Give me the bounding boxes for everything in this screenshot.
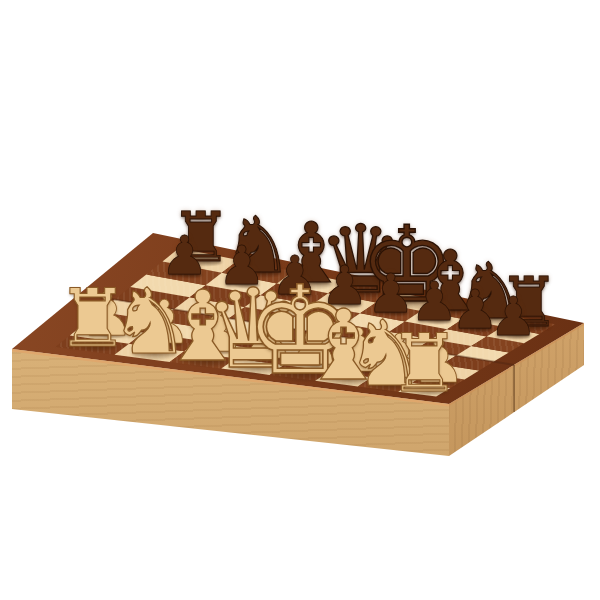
- chess-set-photo: ♜♞♝♛♚♝♞♜♟♟♟♟♟♟♟♟♟♟♟♟♟♟♟♟♜♞♝♛♚♝♞♜: [0, 0, 600, 600]
- piece-shadow: [97, 330, 128, 339]
- board-squares: [0, 0, 600, 600]
- square-a8[interactable]: [0, 0, 600, 600]
- piece-shadow: [336, 300, 364, 308]
- piece-white-bishop[interactable]: ♝: [160, 278, 247, 375]
- board-frame: [0, 0, 600, 600]
- square-g4[interactable]: [0, 0, 600, 600]
- square-d4[interactable]: [0, 0, 600, 600]
- square-g1[interactable]: [0, 0, 600, 600]
- square-a3[interactable]: [0, 0, 600, 600]
- piece-white-pawn[interactable]: ♟: [191, 299, 245, 359]
- square-d5[interactable]: [0, 0, 600, 600]
- piece-black-knight[interactable]: ♞: [456, 253, 526, 331]
- piece-shadow: [367, 379, 414, 393]
- board-right-rim-highlight: [0, 0, 600, 600]
- piece-black-pawn[interactable]: ♟: [489, 290, 537, 344]
- piece-shadow: [257, 353, 288, 362]
- box-right-side: [0, 0, 600, 600]
- piece-white-rook[interactable]: ♜: [57, 278, 129, 358]
- piece-white-pawn[interactable]: ♟: [137, 292, 191, 352]
- piece-shadow: [233, 281, 261, 289]
- square-c1[interactable]: [0, 0, 600, 600]
- piece-shadow: [176, 271, 204, 279]
- square-e6[interactable]: [0, 0, 600, 600]
- piece-black-bishop[interactable]: ♝: [274, 213, 349, 296]
- square-e7[interactable]: [0, 0, 600, 600]
- piece-shadow: [207, 346, 238, 355]
- square-e5[interactable]: [0, 0, 600, 600]
- piece-shadow: [273, 365, 337, 383]
- square-g6[interactable]: [0, 0, 600, 600]
- square-c4[interactable]: [0, 0, 600, 600]
- square-f2[interactable]: [0, 0, 600, 600]
- piece-shadow: [324, 373, 375, 388]
- piece-black-pawn[interactable]: ♟: [271, 249, 319, 303]
- square-f5[interactable]: [0, 0, 600, 600]
- square-e2[interactable]: [0, 0, 600, 600]
- piece-shadow: [504, 332, 532, 340]
- square-a6[interactable]: [0, 0, 600, 600]
- piece-shadow: [154, 339, 185, 348]
- piece-black-pawn[interactable]: ♟: [410, 275, 458, 329]
- square-g2[interactable]: [0, 0, 600, 600]
- square-h6[interactable]: [0, 0, 600, 600]
- square-g3[interactable]: [0, 0, 600, 600]
- piece-black-pawn[interactable]: ♟: [320, 258, 368, 312]
- fold-seam: [0, 0, 600, 600]
- piece-white-queen[interactable]: ♛: [204, 275, 303, 385]
- piece-black-pawn[interactable]: ♟: [161, 228, 209, 282]
- square-f7[interactable]: [0, 0, 600, 600]
- square-b2[interactable]: [0, 0, 600, 600]
- piece-shadow: [409, 385, 451, 397]
- piece-shadow: [428, 378, 459, 387]
- piece-black-king[interactable]: ♚: [360, 213, 454, 318]
- piece-shadow: [304, 360, 335, 369]
- piece-shadow: [229, 360, 286, 376]
- piece-white-pawn[interactable]: ♟: [412, 331, 466, 391]
- square-h8[interactable]: [0, 0, 600, 600]
- wood-grain-overlay: [0, 0, 600, 600]
- piece-black-rook[interactable]: ♜: [498, 268, 560, 337]
- square-g5[interactable]: [0, 0, 600, 600]
- square-a4[interactable]: [0, 0, 600, 600]
- square-g7[interactable]: [0, 0, 600, 600]
- piece-white-rook[interactable]: ♜: [388, 322, 460, 402]
- piece-white-pawn[interactable]: ♟: [288, 313, 342, 373]
- square-e4[interactable]: [0, 0, 600, 600]
- piece-black-pawn[interactable]: ♟: [451, 283, 499, 337]
- piece-shadow: [77, 340, 119, 352]
- piece-white-pawn[interactable]: ♟: [373, 325, 427, 385]
- square-f8[interactable]: [0, 0, 600, 600]
- square-h3[interactable]: [0, 0, 600, 600]
- piece-shadow: [389, 372, 420, 381]
- piece-white-pawn[interactable]: ♟: [331, 319, 385, 379]
- piece-shadow: [286, 291, 314, 299]
- piece-shadow: [382, 309, 410, 317]
- piece-black-bishop[interactable]: ♝: [413, 240, 488, 323]
- box-front-side: [0, 0, 600, 600]
- piece-shadow: [188, 257, 224, 267]
- piece-black-pawn[interactable]: ♟: [218, 239, 266, 293]
- piece-shadow: [295, 277, 338, 289]
- square-a7[interactable]: [0, 0, 600, 600]
- piece-shadow: [425, 317, 453, 325]
- piece-shadow: [516, 321, 552, 331]
- piece-shadow: [243, 267, 283, 279]
- fold-seam-right-face: [0, 0, 600, 600]
- square-b5[interactable]: [0, 0, 600, 600]
- piece-shadow: [466, 325, 494, 333]
- square-a5[interactable]: [0, 0, 600, 600]
- square-c7[interactable]: [0, 0, 600, 600]
- square-a2[interactable]: [0, 0, 600, 600]
- square-d6[interactable]: [0, 0, 600, 600]
- square-h5[interactable]: [0, 0, 600, 600]
- piece-black-rook[interactable]: ♜: [170, 203, 232, 272]
- square-f3[interactable]: [0, 0, 600, 600]
- square-h4[interactable]: [0, 0, 600, 600]
- piece-shadow: [348, 366, 379, 375]
- square-b1[interactable]: [0, 0, 600, 600]
- square-f4[interactable]: [0, 0, 600, 600]
- square-b3[interactable]: [0, 0, 600, 600]
- piece-white-pawn[interactable]: ♟: [241, 306, 295, 366]
- pieces-layer: ♜♞♝♛♚♝♞♜♟♟♟♟♟♟♟♟♟♟♟♟♟♟♟♟♜♞♝♛♚♝♞♜: [0, 0, 600, 600]
- board-front-rim-highlight: [0, 0, 600, 600]
- square-f1[interactable]: [0, 0, 600, 600]
- square-c5[interactable]: [0, 0, 600, 600]
- square-e1[interactable]: [0, 0, 600, 600]
- piece-shadow: [183, 354, 234, 369]
- square-a1[interactable]: [0, 0, 600, 600]
- square-d7[interactable]: [0, 0, 600, 600]
- square-c3[interactable]: [0, 0, 600, 600]
- square-d2[interactable]: [0, 0, 600, 600]
- square-d3[interactable]: [0, 0, 600, 600]
- piece-shadow: [131, 347, 178, 361]
- square-c2[interactable]: [0, 0, 600, 600]
- square-c8[interactable]: [0, 0, 600, 600]
- square-h2[interactable]: [0, 0, 600, 600]
- square-g8[interactable]: [0, 0, 600, 600]
- piece-shadow: [476, 313, 516, 325]
- square-h7[interactable]: [0, 0, 600, 600]
- piece-white-pawn[interactable]: ♟: [80, 284, 134, 344]
- square-b4[interactable]: [0, 0, 600, 600]
- piece-black-knight[interactable]: ♞: [223, 207, 293, 285]
- piece-shadow: [385, 295, 439, 311]
- square-e3[interactable]: [0, 0, 600, 600]
- square-b6[interactable]: [0, 0, 600, 600]
- piece-white-king[interactable]: ♚: [245, 270, 355, 393]
- square-b8[interactable]: [0, 0, 600, 600]
- piece-white-knight[interactable]: ♞: [345, 308, 426, 399]
- piece-white-bishop[interactable]: ♝: [300, 297, 387, 394]
- square-b7[interactable]: [0, 0, 600, 600]
- piece-white-knight[interactable]: ♞: [109, 277, 190, 368]
- square-f6[interactable]: [0, 0, 600, 600]
- square-e8[interactable]: [0, 0, 600, 600]
- piece-black-pawn[interactable]: ♟: [367, 267, 415, 321]
- piece-black-queen[interactable]: ♛: [319, 213, 403, 307]
- square-c6[interactable]: [0, 0, 600, 600]
- piece-shadow: [341, 286, 390, 300]
- square-d1[interactable]: [0, 0, 600, 600]
- piece-shadow: [434, 305, 477, 317]
- square-d8[interactable]: [0, 0, 600, 600]
- square-h1[interactable]: [0, 0, 600, 600]
